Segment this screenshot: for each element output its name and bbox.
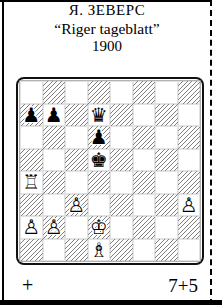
stipulation-white-wins: +: [22, 274, 33, 297]
publication-year: 1900: [6, 38, 208, 56]
square-a8: [20, 81, 43, 104]
composer-name: Я. ЗЕВЕРС: [6, 2, 208, 20]
square-d1: ♗: [88, 239, 111, 262]
square-f7: [133, 104, 156, 127]
square-f4: [133, 171, 156, 194]
scanned-diagram-page: Я. ЗЕВЕРС “Riger tageblatt” 1900 ♟♟♛♟♚♖♙…: [0, 0, 222, 305]
square-f2: [133, 216, 156, 239]
square-a1: [20, 239, 43, 262]
piece-white-pawn: ♙: [45, 217, 63, 237]
material-count: 7+5: [168, 275, 198, 297]
square-f6: [133, 126, 156, 149]
square-d5: ♚: [88, 149, 111, 172]
square-g5: [155, 149, 178, 172]
square-e2: [110, 216, 133, 239]
page-border-right-dashed: [210, 0, 212, 305]
square-b7: ♟: [43, 104, 66, 127]
square-b3: [43, 194, 66, 217]
diagram-footer: + 7+5: [4, 274, 210, 297]
square-d8: [88, 81, 111, 104]
square-b8: [43, 81, 66, 104]
square-c3: ♙: [65, 194, 88, 217]
square-b1: [43, 239, 66, 262]
square-h4: [178, 171, 201, 194]
square-b6: [43, 126, 66, 149]
square-g4: [155, 171, 178, 194]
square-b5: [43, 149, 66, 172]
board: ♟♟♛♟♚♖♙♙♙♙♔♗: [20, 81, 200, 261]
square-f8: [133, 81, 156, 104]
square-e3: [110, 194, 133, 217]
square-c7: [65, 104, 88, 127]
square-c5: [65, 149, 88, 172]
square-e5: [110, 149, 133, 172]
square-f5: [133, 149, 156, 172]
square-g7: [155, 104, 178, 127]
square-a6: [20, 126, 43, 149]
piece-white-pawn: ♙: [67, 195, 85, 215]
square-e4: [110, 171, 133, 194]
piece-white-king: ♔: [90, 217, 108, 237]
square-h2: [178, 216, 201, 239]
square-h8: [178, 81, 201, 104]
piece-black-pawn: ♟: [22, 105, 40, 125]
square-d4: [88, 171, 111, 194]
piece-black-queen: ♛: [90, 105, 108, 125]
diagram-header: Я. ЗЕВЕРС “Riger tageblatt” 1900: [6, 2, 208, 56]
square-e6: [110, 126, 133, 149]
piece-white-pawn: ♙: [180, 195, 198, 215]
square-b2: ♙: [43, 216, 66, 239]
page-border-left: [2, 0, 4, 305]
square-a2: ♙: [20, 216, 43, 239]
square-d3: [88, 194, 111, 217]
square-f1: [133, 239, 156, 262]
square-h5: [178, 149, 201, 172]
square-a3: [20, 194, 43, 217]
square-h3: ♙: [178, 194, 201, 217]
piece-black-pawn: ♟: [45, 105, 63, 125]
square-f3: [133, 194, 156, 217]
square-c1: [65, 239, 88, 262]
square-a4: ♖: [20, 171, 43, 194]
piece-white-rook: ♖: [22, 172, 40, 192]
square-c8: [65, 81, 88, 104]
source-publication: “Riger tageblatt”: [6, 20, 208, 38]
square-h6: [178, 126, 201, 149]
page-border-bottom: [0, 300, 222, 305]
square-e8: [110, 81, 133, 104]
square-g6: [155, 126, 178, 149]
square-e7: [110, 104, 133, 127]
square-c2: [65, 216, 88, 239]
piece-white-pawn: ♙: [22, 217, 40, 237]
square-e1: [110, 239, 133, 262]
piece-black-pawn: ♟: [90, 127, 108, 147]
square-g3: [155, 194, 178, 217]
square-a7: ♟: [20, 104, 43, 127]
square-b4: [43, 171, 66, 194]
square-d7: ♛: [88, 104, 111, 127]
square-d6: ♟: [88, 126, 111, 149]
square-g2: [155, 216, 178, 239]
square-g1: [155, 239, 178, 262]
square-d2: ♔: [88, 216, 111, 239]
piece-white-bishop: ♗: [90, 240, 108, 260]
piece-black-king: ♚: [90, 150, 108, 170]
square-a5: [20, 149, 43, 172]
chessboard-frame: ♟♟♛♟♚♖♙♙♙♙♔♗: [16, 77, 204, 265]
square-h7: [178, 104, 201, 127]
square-g8: [155, 81, 178, 104]
square-h1: [178, 239, 201, 262]
square-c6: [65, 126, 88, 149]
square-c4: [65, 171, 88, 194]
